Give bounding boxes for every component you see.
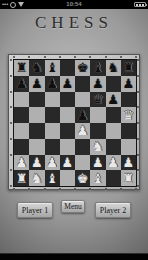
board-square-h3[interactable] <box>121 139 136 155</box>
board-square-c1[interactable]: ♝ <box>45 170 60 186</box>
board-square-f8[interactable]: ♝ <box>90 60 105 76</box>
frame-screw-icon <box>137 138 139 140</box>
bottom-nav-bar <box>0 253 148 260</box>
white-bishop-piece: ♝ <box>46 171 58 184</box>
board-square-c8[interactable]: ♝ <box>45 60 60 76</box>
frame-screw-icon <box>74 188 76 190</box>
frame-screw-icon <box>137 75 139 77</box>
board-square-b6[interactable] <box>29 92 44 108</box>
board-square-h1[interactable]: ♜ <box>121 170 136 186</box>
board-square-c2[interactable]: ♟ <box>45 155 60 171</box>
black-bishop-piece: ♝ <box>92 61 104 74</box>
menu-button[interactable]: Menu <box>61 200 85 213</box>
board-square-g1[interactable] <box>106 170 121 186</box>
board-square-a4[interactable] <box>14 123 29 139</box>
board-square-h4[interactable] <box>121 123 136 139</box>
board-square-f7[interactable]: ♟ <box>90 76 105 92</box>
frame-screw-icon <box>10 106 12 108</box>
board-square-a5[interactable] <box>14 107 29 123</box>
frame-screw-icon <box>105 56 107 58</box>
black-pawn-piece: ♟ <box>123 77 135 90</box>
board-square-f3[interactable]: ♞ <box>90 139 105 155</box>
board-square-b4[interactable] <box>29 123 44 139</box>
board-square-c4[interactable] <box>45 123 60 139</box>
black-knight-piece: ♞ <box>31 61 43 74</box>
frame-screw-icon <box>10 169 12 171</box>
frame-screw-icon <box>89 188 91 190</box>
board-square-f6[interactable]: ♛ <box>90 92 105 108</box>
board-square-d5[interactable] <box>60 107 75 123</box>
board-square-g8[interactable]: ♞ <box>106 60 121 76</box>
white-queen-piece: ♛ <box>123 108 135 121</box>
board-square-a2[interactable]: ♟ <box>14 155 29 171</box>
chess-board-frame: ♜♞♝♚♝♞♜♟♟♟♟♟♟♛♟♟♛♟♞♟♟♟♟♟♟♟♜♞♝♚♝♜ <box>8 54 140 190</box>
frame-screw-icon <box>137 154 139 156</box>
board-square-h5[interactable]: ♛ <box>121 107 136 123</box>
frame-screw-icon <box>137 122 139 124</box>
board-square-g4[interactable] <box>106 123 121 139</box>
frame-screw-icon <box>10 122 12 124</box>
frame-screw-icon <box>120 188 122 190</box>
white-pawn-piece: ♟ <box>107 155 119 168</box>
white-pawn-piece: ♟ <box>62 155 74 168</box>
board-square-c6[interactable] <box>45 92 60 108</box>
frame-screw-icon <box>10 154 12 156</box>
board-square-d1[interactable] <box>60 170 75 186</box>
board-square-d2[interactable]: ♟ <box>60 155 75 171</box>
board-square-a1[interactable]: ♜ <box>14 170 29 186</box>
frame-screw-icon <box>137 91 139 93</box>
white-knight-piece: ♞ <box>31 171 43 184</box>
frame-screw-icon <box>44 188 46 190</box>
board-square-e7[interactable] <box>75 76 90 92</box>
black-pawn-piece: ♟ <box>107 92 119 105</box>
board-square-c5[interactable] <box>45 107 60 123</box>
status-bar: ••• 10:54 <box>0 0 148 9</box>
board-square-f5[interactable] <box>90 107 105 123</box>
frame-screw-icon <box>89 56 91 58</box>
board-square-g2[interactable]: ♟ <box>106 155 121 171</box>
black-queen-piece: ♛ <box>92 92 104 105</box>
frame-screw-icon <box>137 106 139 108</box>
board-square-b1[interactable]: ♞ <box>29 170 44 186</box>
board-square-h8[interactable]: ♜ <box>121 60 136 76</box>
black-pawn-piece: ♟ <box>62 77 74 90</box>
board-square-a8[interactable]: ♜ <box>14 60 29 76</box>
player2-button[interactable]: Player 2 <box>95 202 131 218</box>
board-square-b8[interactable]: ♞ <box>29 60 44 76</box>
white-pawn-piece: ♟ <box>16 155 28 168</box>
clock-text: 10:54 <box>0 0 148 9</box>
black-bishop-piece: ♝ <box>46 61 58 74</box>
frame-screw-icon <box>137 169 139 171</box>
white-pawn-piece: ♟ <box>92 155 104 168</box>
board-square-b5[interactable] <box>29 107 44 123</box>
frame-screw-icon <box>10 91 12 93</box>
frame-screw-icon <box>28 56 30 58</box>
black-pawn-piece: ♟ <box>77 108 89 121</box>
chess-board[interactable]: ♜♞♝♚♝♞♜♟♟♟♟♟♟♛♟♟♛♟♞♟♟♟♟♟♟♟♜♞♝♚♝♜ <box>13 59 137 187</box>
board-square-g5[interactable] <box>106 107 121 123</box>
black-pawn-piece: ♟ <box>16 77 28 90</box>
board-square-c7[interactable]: ♟ <box>45 76 60 92</box>
board-square-b3[interactable] <box>29 139 44 155</box>
board-square-e4[interactable]: ♟ <box>75 123 90 139</box>
frame-screw-icon <box>59 188 61 190</box>
white-knight-piece: ♞ <box>92 140 104 153</box>
board-square-h6[interactable] <box>121 92 136 108</box>
black-pawn-piece: ♟ <box>31 77 43 90</box>
black-pawn-piece: ♟ <box>46 77 58 90</box>
board-square-e3[interactable] <box>75 139 90 155</box>
board-square-e6[interactable] <box>75 92 90 108</box>
board-square-d3[interactable] <box>60 139 75 155</box>
white-pawn-piece: ♟ <box>77 124 89 137</box>
white-pawn-piece: ♟ <box>46 155 58 168</box>
frame-screw-icon <box>10 75 12 77</box>
board-square-b2[interactable]: ♟ <box>29 155 44 171</box>
frame-screw-icon <box>135 56 137 58</box>
frame-screw-icon <box>137 59 139 61</box>
board-square-f1[interactable]: ♝ <box>90 170 105 186</box>
white-rook-piece: ♜ <box>123 171 135 184</box>
white-pawn-piece: ♟ <box>123 155 135 168</box>
frame-screw-icon <box>10 59 12 61</box>
board-square-e8[interactable]: ♚ <box>75 60 90 76</box>
frame-screw-icon <box>10 138 12 140</box>
frame-screw-icon <box>74 56 76 58</box>
app-screen: ••• 10:54 CHESS ♜♞♝♚♝♞♜♟♟♟♟♟♟♛♟♟♛♟♞♟♟♟♟♟… <box>0 0 148 260</box>
black-rook-piece: ♜ <box>16 61 28 74</box>
board-square-d4[interactable] <box>60 123 75 139</box>
board-square-h7[interactable]: ♟ <box>121 76 136 92</box>
frame-screw-icon <box>137 185 139 187</box>
frame-screw-icon <box>59 56 61 58</box>
board-square-h2[interactable]: ♟ <box>121 155 136 171</box>
board-square-e5[interactable]: ♟ <box>75 107 90 123</box>
board-square-e1[interactable]: ♚ <box>75 170 90 186</box>
board-square-e2[interactable] <box>75 155 90 171</box>
board-square-d7[interactable]: ♟ <box>60 76 75 92</box>
black-pawn-piece: ♟ <box>92 77 104 90</box>
board-square-g3[interactable] <box>106 139 121 155</box>
white-king-piece: ♚ <box>77 171 89 184</box>
white-rook-piece: ♜ <box>16 171 28 184</box>
board-square-a6[interactable] <box>14 92 29 108</box>
board-square-a7[interactable]: ♟ <box>14 76 29 92</box>
board-square-c3[interactable] <box>45 139 60 155</box>
black-rook-piece: ♜ <box>123 61 135 74</box>
black-knight-piece: ♞ <box>107 61 119 74</box>
frame-screw-icon <box>13 188 15 190</box>
frame-screw-icon <box>105 188 107 190</box>
frame-screw-icon <box>13 56 15 58</box>
board-square-a3[interactable] <box>14 139 29 155</box>
page-title: CHESS <box>0 13 148 33</box>
frame-screw-icon <box>44 56 46 58</box>
board-square-f4[interactable] <box>90 123 105 139</box>
board-square-f2[interactable]: ♟ <box>90 155 105 171</box>
board-square-d8[interactable] <box>60 60 75 76</box>
board-square-g6[interactable]: ♟ <box>106 92 121 108</box>
frame-screw-icon <box>28 188 30 190</box>
player1-button[interactable]: Player 1 <box>17 202 53 218</box>
black-king-piece: ♚ <box>77 61 89 74</box>
frame-screw-icon <box>10 185 12 187</box>
frame-screw-icon <box>120 56 122 58</box>
battery-icon <box>134 2 146 7</box>
board-square-b7[interactable]: ♟ <box>29 76 44 92</box>
board-square-g7[interactable] <box>106 76 121 92</box>
frame-screw-icon <box>135 188 137 190</box>
white-pawn-piece: ♟ <box>31 155 43 168</box>
board-square-d6[interactable] <box>60 92 75 108</box>
white-bishop-piece: ♝ <box>92 171 104 184</box>
